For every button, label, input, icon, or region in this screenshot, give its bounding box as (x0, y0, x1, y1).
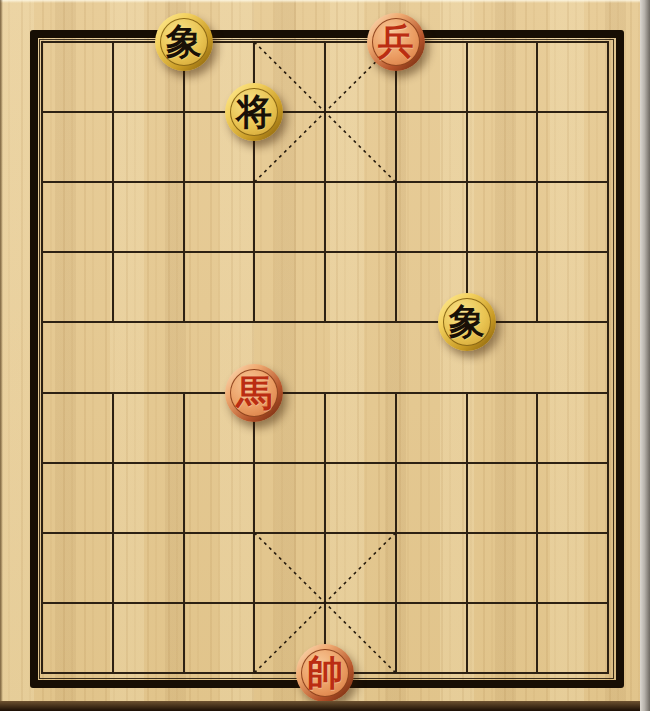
piece-face: 象 (443, 298, 491, 346)
bevel-bottom (0, 701, 650, 711)
piece-black-general[interactable]: 将 (225, 83, 283, 141)
red-soldier-glyph: 兵 (378, 23, 414, 59)
black-elephant-glyph: 象 (449, 303, 485, 339)
board-frame (30, 30, 624, 688)
red-general-glyph: 帥 (307, 654, 343, 690)
piece-red-general[interactable]: 帥 (296, 644, 354, 702)
black-general-glyph: 将 (236, 93, 272, 129)
piece-red-horse[interactable]: 馬 (225, 364, 283, 422)
piece-face: 象 (160, 18, 208, 66)
piece-face: 将 (230, 88, 278, 136)
red-horse-glyph: 馬 (236, 374, 272, 410)
bevel-left (0, 0, 3, 711)
piece-black-elephant[interactable]: 象 (438, 293, 496, 351)
bevel-top (0, 0, 650, 3)
piece-red-soldier[interactable]: 兵 (367, 13, 425, 71)
xiangqi-board[interactable]: 象兵将象馬帥 (0, 0, 650, 711)
piece-face: 馬 (230, 369, 278, 417)
bevel-right (640, 0, 650, 711)
piece-face: 帥 (301, 649, 349, 697)
piece-face: 兵 (372, 18, 420, 66)
black-elephant-glyph: 象 (166, 23, 202, 59)
piece-black-elephant[interactable]: 象 (155, 13, 213, 71)
